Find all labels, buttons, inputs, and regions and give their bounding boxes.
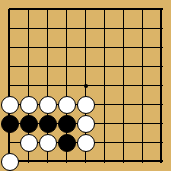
grid-line-vertical xyxy=(28,19,29,38)
grid-line-vertical xyxy=(8,133,10,152)
grid-line-vertical xyxy=(66,19,67,38)
board-intersection[interactable] xyxy=(57,38,76,57)
grid-line-vertical xyxy=(104,38,105,57)
grid-line-vertical xyxy=(142,57,143,76)
board-intersection[interactable] xyxy=(19,114,38,133)
board-intersection[interactable] xyxy=(38,76,57,95)
board-intersection[interactable] xyxy=(114,76,133,95)
board-intersection[interactable] xyxy=(133,76,152,95)
grid-line-vertical xyxy=(85,9,86,19)
grid-line-vertical xyxy=(123,19,124,38)
board-intersection[interactable] xyxy=(19,57,38,76)
grid-line-vertical xyxy=(85,38,86,57)
grid-line-vertical xyxy=(47,57,48,76)
white-stone xyxy=(20,96,38,114)
grid-line-vertical xyxy=(47,152,48,163)
white-stone xyxy=(1,153,19,171)
board-intersection[interactable] xyxy=(0,95,19,114)
board-intersection[interactable] xyxy=(0,0,19,19)
board-intersection[interactable] xyxy=(152,0,171,19)
grid-line-vertical xyxy=(47,9,48,19)
board-intersection[interactable] xyxy=(133,114,152,133)
white-stone xyxy=(1,96,19,114)
grid-line-vertical xyxy=(66,9,67,19)
grid-line-horizontal xyxy=(9,28,19,29)
black-stone xyxy=(39,115,57,133)
board-intersection[interactable] xyxy=(76,133,95,152)
white-stone xyxy=(39,96,57,114)
white-stone xyxy=(39,134,57,152)
grid-line-vertical xyxy=(104,133,105,152)
board-intersection[interactable] xyxy=(38,19,57,38)
grid-line-vertical xyxy=(123,152,124,163)
board-intersection[interactable] xyxy=(57,95,76,114)
grid-line-vertical xyxy=(160,9,162,19)
board-intersection[interactable] xyxy=(57,76,76,95)
board-intersection[interactable] xyxy=(133,133,152,152)
grid-line-vertical xyxy=(160,133,162,152)
board-intersection[interactable] xyxy=(114,95,133,114)
grid-line-horizontal xyxy=(9,85,19,86)
grid-line-vertical xyxy=(104,9,105,19)
board-intersection[interactable] xyxy=(95,0,114,19)
grid-line-horizontal xyxy=(9,47,19,48)
white-stone xyxy=(58,96,76,114)
grid-line-vertical xyxy=(85,152,86,163)
grid-line-vertical xyxy=(123,114,124,133)
grid-line-vertical xyxy=(123,57,124,76)
black-stone xyxy=(1,115,19,133)
white-stone xyxy=(77,96,95,114)
board-intersection[interactable] xyxy=(76,0,95,19)
board-intersection[interactable] xyxy=(152,38,171,57)
grid-line-vertical xyxy=(8,19,10,38)
board-intersection[interactable] xyxy=(133,152,152,171)
grid-line-vertical xyxy=(66,57,67,76)
board-intersection[interactable] xyxy=(76,152,95,171)
grid-line-vertical xyxy=(160,38,162,57)
board-intersection[interactable] xyxy=(114,38,133,57)
grid-line-vertical xyxy=(47,38,48,57)
board-intersection[interactable] xyxy=(19,133,38,152)
grid-line-horizontal xyxy=(9,8,19,10)
board-intersection[interactable] xyxy=(19,76,38,95)
board-intersection[interactable] xyxy=(76,76,95,95)
board-intersection[interactable] xyxy=(95,133,114,152)
grid-line-vertical xyxy=(66,76,67,95)
board-intersection[interactable] xyxy=(38,57,57,76)
grid-line-vertical xyxy=(142,9,143,19)
board-intersection[interactable] xyxy=(152,76,171,95)
grid-line-horizontal xyxy=(9,66,19,67)
board-intersection[interactable] xyxy=(152,114,171,133)
board-intersection[interactable] xyxy=(114,19,133,38)
board-intersection[interactable] xyxy=(0,133,19,152)
board-intersection[interactable] xyxy=(76,38,95,57)
board-intersection[interactable] xyxy=(38,38,57,57)
board-intersection[interactable] xyxy=(38,114,57,133)
board-intersection[interactable] xyxy=(133,57,152,76)
board-intersection[interactable] xyxy=(95,95,114,114)
board-intersection[interactable] xyxy=(57,19,76,38)
grid-line-vertical xyxy=(160,57,162,76)
grid-line-vertical xyxy=(104,114,105,133)
board-intersection[interactable] xyxy=(95,114,114,133)
board-intersection[interactable] xyxy=(0,76,19,95)
grid-line-vertical xyxy=(85,19,86,38)
grid-line-vertical xyxy=(47,19,48,38)
board-intersection[interactable] xyxy=(0,114,19,133)
board-intersection[interactable] xyxy=(133,0,152,19)
grid-line-vertical xyxy=(28,152,29,163)
board-intersection[interactable] xyxy=(76,19,95,38)
board-intersection[interactable] xyxy=(133,38,152,57)
grid-line-vertical xyxy=(142,152,143,163)
grid-line-vertical xyxy=(160,19,162,38)
grid-line-vertical xyxy=(160,95,162,114)
board-intersection[interactable] xyxy=(38,152,57,171)
board-intersection[interactable] xyxy=(0,57,19,76)
grid-line-vertical xyxy=(160,76,162,95)
board-intersection[interactable] xyxy=(38,95,57,114)
grid-line-vertical xyxy=(142,133,143,152)
board-intersection[interactable] xyxy=(19,19,38,38)
board-intersection[interactable] xyxy=(76,114,95,133)
board-intersection[interactable] xyxy=(95,19,114,38)
grid-line-vertical xyxy=(142,38,143,57)
grid-line-vertical xyxy=(8,76,10,95)
board-intersection[interactable] xyxy=(152,19,171,38)
board-intersection[interactable] xyxy=(114,57,133,76)
grid-line-vertical xyxy=(28,9,29,19)
grid-line-vertical xyxy=(104,95,105,114)
board-intersection[interactable] xyxy=(57,57,76,76)
grid-line-vertical xyxy=(123,95,124,114)
board-intersection[interactable] xyxy=(76,57,95,76)
grid-line-vertical xyxy=(142,114,143,133)
star-point xyxy=(84,84,88,88)
board-intersection[interactable] xyxy=(38,0,57,19)
board-intersection[interactable] xyxy=(152,152,171,171)
grid-line-vertical xyxy=(28,76,29,95)
board-intersection[interactable] xyxy=(152,133,171,152)
grid-line-vertical xyxy=(123,9,124,19)
grid-line-vertical xyxy=(142,95,143,114)
board-intersection[interactable] xyxy=(0,152,19,171)
grid-line-vertical xyxy=(123,38,124,57)
grid-line-vertical xyxy=(104,57,105,76)
board-intersection[interactable] xyxy=(76,95,95,114)
board-intersection[interactable] xyxy=(114,0,133,19)
board-intersection[interactable] xyxy=(114,152,133,171)
board-intersection[interactable] xyxy=(152,57,171,76)
board-intersection[interactable] xyxy=(19,38,38,57)
grid-line-vertical xyxy=(66,38,67,57)
black-stone xyxy=(20,115,38,133)
board-intersection[interactable] xyxy=(19,0,38,19)
board-intersection[interactable] xyxy=(57,152,76,171)
board-intersection[interactable] xyxy=(57,133,76,152)
grid-line-vertical xyxy=(123,133,124,152)
board-intersection[interactable] xyxy=(95,38,114,57)
grid-line-vertical xyxy=(47,76,48,95)
board-intersection[interactable] xyxy=(57,0,76,19)
board-intersection[interactable] xyxy=(114,133,133,152)
board-intersection[interactable] xyxy=(95,152,114,171)
board-intersection[interactable] xyxy=(57,114,76,133)
board-intersection[interactable] xyxy=(133,95,152,114)
black-stone xyxy=(58,115,76,133)
grid-line-vertical xyxy=(28,57,29,76)
grid-line-vertical xyxy=(104,152,105,163)
grid-line-vertical xyxy=(104,76,105,95)
board-intersection[interactable] xyxy=(152,95,171,114)
board-intersection[interactable] xyxy=(114,114,133,133)
white-stone xyxy=(77,115,95,133)
grid-line-vertical xyxy=(66,152,67,163)
white-stone xyxy=(20,134,38,152)
board-intersection[interactable] xyxy=(0,19,19,38)
board-intersection[interactable] xyxy=(19,95,38,114)
white-stone xyxy=(77,134,95,152)
board-intersection[interactable] xyxy=(0,38,19,57)
board-intersection[interactable] xyxy=(38,133,57,152)
grid-line-vertical xyxy=(104,19,105,38)
grid-line-vertical xyxy=(160,152,162,163)
grid-line-vertical xyxy=(123,76,124,95)
board-intersection[interactable] xyxy=(95,57,114,76)
board-intersection[interactable] xyxy=(133,19,152,38)
grid-line-vertical xyxy=(160,114,162,133)
grid-line-horizontal xyxy=(9,142,19,143)
grid-line-vertical xyxy=(8,57,10,76)
grid-line-vertical xyxy=(8,38,10,57)
board-intersection[interactable] xyxy=(95,76,114,95)
black-stone xyxy=(58,134,76,152)
grid-line-vertical xyxy=(142,19,143,38)
go-board xyxy=(0,0,171,171)
grid-line-vertical xyxy=(85,57,86,76)
board-intersection[interactable] xyxy=(19,152,38,171)
grid-line-vertical xyxy=(142,76,143,95)
grid-line-vertical xyxy=(28,38,29,57)
grid-line-vertical xyxy=(8,9,10,19)
